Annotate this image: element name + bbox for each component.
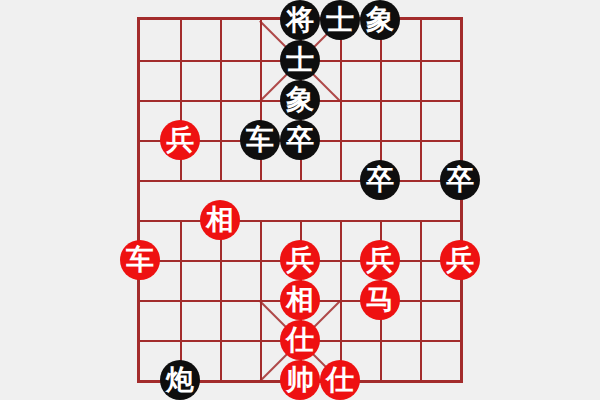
marker-bracket	[224, 127, 233, 136]
black-pawn[interactable]: 卒	[360, 160, 400, 200]
black-elephant[interactable]: 象	[360, 0, 400, 40]
marker-bracket	[224, 264, 233, 273]
marker-bracket	[407, 104, 416, 113]
black-elephant[interactable]: 象	[280, 80, 320, 120]
marker-bracket	[207, 247, 216, 256]
black-pawn[interactable]: 卒	[280, 120, 320, 160]
marker-bracket	[367, 127, 376, 136]
marker-bracket	[184, 87, 193, 96]
red-chariot[interactable]: 车	[120, 240, 160, 280]
red-pawn[interactable]: 兵	[440, 240, 480, 280]
red-pawn[interactable]: 兵	[160, 120, 200, 160]
black-cannon[interactable]: 炮	[160, 360, 200, 400]
red-general[interactable]: 帅	[280, 360, 320, 400]
marker-bracket	[207, 127, 216, 136]
black-advisor[interactable]: 士	[280, 40, 320, 80]
marker-bracket	[384, 127, 393, 136]
marker-bracket	[367, 144, 376, 153]
marker-bracket	[447, 127, 456, 136]
marker-bracket	[167, 104, 176, 113]
marker-bracket	[144, 144, 153, 153]
marker-bracket	[424, 304, 433, 313]
black-general[interactable]: 将	[280, 0, 320, 40]
marker-bracket	[424, 104, 433, 113]
xiangqi-board-overlay: 将士象士象兵车卒卒卒相车兵兵兵相马仕炮帅仕	[140, 20, 460, 380]
red-elephant[interactable]: 相	[200, 200, 240, 240]
red-advisor[interactable]: 仕	[320, 360, 360, 400]
marker-bracket	[167, 87, 176, 96]
marker-bracket	[384, 144, 393, 153]
marker-bracket	[424, 87, 433, 96]
red-pawn[interactable]: 兵	[360, 240, 400, 280]
marker-bracket	[167, 304, 176, 313]
marker-bracket	[447, 144, 456, 153]
marker-bracket	[184, 287, 193, 296]
red-pawn[interactable]: 兵	[280, 240, 320, 280]
black-chariot[interactable]: 车	[240, 120, 280, 160]
black-advisor[interactable]: 士	[320, 0, 360, 40]
black-pawn[interactable]: 卒	[440, 160, 480, 200]
marker-bracket	[407, 87, 416, 96]
marker-bracket	[144, 127, 153, 136]
marker-bracket	[167, 287, 176, 296]
marker-bracket	[407, 304, 416, 313]
marker-bracket	[224, 144, 233, 153]
marker-bracket	[424, 287, 433, 296]
marker-bracket	[207, 264, 216, 273]
marker-bracket	[207, 144, 216, 153]
marker-bracket	[184, 104, 193, 113]
marker-bracket	[224, 247, 233, 256]
xiangqi-app: 将士象士象兵车卒卒卒相车兵兵兵相马仕炮帅仕	[0, 0, 600, 400]
marker-bracket	[407, 287, 416, 296]
red-horse[interactable]: 马	[360, 280, 400, 320]
red-advisor[interactable]: 仕	[280, 320, 320, 360]
red-elephant[interactable]: 相	[280, 280, 320, 320]
marker-bracket	[184, 304, 193, 313]
